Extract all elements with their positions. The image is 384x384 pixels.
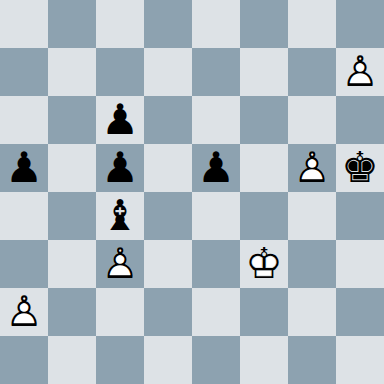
- square-h5[interactable]: ♚: [336, 144, 384, 192]
- square-g2[interactable]: [288, 288, 336, 336]
- piece-black-pawn[interactable]: ♟: [0, 144, 48, 192]
- square-e5[interactable]: ♟: [192, 144, 240, 192]
- square-b8[interactable]: [48, 0, 96, 48]
- piece-white-pawn-outline: ♙: [336, 48, 384, 96]
- square-g4[interactable]: [288, 192, 336, 240]
- square-c2[interactable]: [96, 288, 144, 336]
- square-b7[interactable]: [48, 48, 96, 96]
- square-e4[interactable]: [192, 192, 240, 240]
- square-e3[interactable]: [192, 240, 240, 288]
- square-h6[interactable]: [336, 96, 384, 144]
- piece-white-pawn[interactable]: ♟: [336, 48, 384, 96]
- square-c6[interactable]: ♟: [96, 96, 144, 144]
- square-b1[interactable]: [48, 336, 96, 384]
- square-e8[interactable]: [192, 0, 240, 48]
- square-b4[interactable]: [48, 192, 96, 240]
- square-a3[interactable]: [0, 240, 48, 288]
- square-f7[interactable]: [240, 48, 288, 96]
- square-h4[interactable]: [336, 192, 384, 240]
- square-b5[interactable]: [48, 144, 96, 192]
- square-e6[interactable]: [192, 96, 240, 144]
- square-b3[interactable]: [48, 240, 96, 288]
- square-g6[interactable]: [288, 96, 336, 144]
- square-e2[interactable]: [192, 288, 240, 336]
- square-h1[interactable]: [336, 336, 384, 384]
- piece-white-pawn[interactable]: ♟: [0, 288, 48, 336]
- piece-black-pawn[interactable]: ♟: [192, 144, 240, 192]
- square-a8[interactable]: [0, 0, 48, 48]
- square-d2[interactable]: [144, 288, 192, 336]
- square-g7[interactable]: [288, 48, 336, 96]
- piece-black-pawn[interactable]: ♟: [96, 96, 144, 144]
- square-a5[interactable]: ♟: [0, 144, 48, 192]
- square-h8[interactable]: [336, 0, 384, 48]
- piece-black-pawn[interactable]: ♟: [96, 144, 144, 192]
- square-b2[interactable]: [48, 288, 96, 336]
- square-a1[interactable]: [0, 336, 48, 384]
- square-d6[interactable]: [144, 96, 192, 144]
- square-c3[interactable]: ♟♙: [96, 240, 144, 288]
- square-c8[interactable]: [96, 0, 144, 48]
- chess-board: ♟♙♟♟♟♟♟♙♚♝♟♙♚♔♟♙: [0, 0, 384, 384]
- square-a4[interactable]: [0, 192, 48, 240]
- square-e1[interactable]: [192, 336, 240, 384]
- square-c1[interactable]: [96, 336, 144, 384]
- square-f3[interactable]: ♚♔: [240, 240, 288, 288]
- square-c5[interactable]: ♟: [96, 144, 144, 192]
- piece-white-pawn[interactable]: ♟: [96, 240, 144, 288]
- piece-white-king[interactable]: ♚: [240, 240, 288, 288]
- square-c7[interactable]: [96, 48, 144, 96]
- square-a7[interactable]: [0, 48, 48, 96]
- square-g5[interactable]: ♟♙: [288, 144, 336, 192]
- piece-white-pawn[interactable]: ♟: [288, 144, 336, 192]
- square-d1[interactable]: [144, 336, 192, 384]
- piece-black-bishop[interactable]: ♝: [96, 192, 144, 240]
- square-d4[interactable]: [144, 192, 192, 240]
- piece-white-pawn-outline: ♙: [96, 240, 144, 288]
- square-h2[interactable]: [336, 288, 384, 336]
- square-f1[interactable]: [240, 336, 288, 384]
- square-h3[interactable]: [336, 240, 384, 288]
- square-d8[interactable]: [144, 0, 192, 48]
- piece-white-pawn-outline: ♙: [288, 144, 336, 192]
- square-a2[interactable]: ♟♙: [0, 288, 48, 336]
- piece-white-pawn-outline: ♙: [0, 288, 48, 336]
- square-f6[interactable]: [240, 96, 288, 144]
- square-c4[interactable]: ♝: [96, 192, 144, 240]
- square-d3[interactable]: [144, 240, 192, 288]
- square-f2[interactable]: [240, 288, 288, 336]
- piece-white-king-outline: ♔: [240, 240, 288, 288]
- square-d7[interactable]: [144, 48, 192, 96]
- square-g1[interactable]: [288, 336, 336, 384]
- square-g8[interactable]: [288, 0, 336, 48]
- piece-black-king[interactable]: ♚: [336, 144, 384, 192]
- square-f5[interactable]: [240, 144, 288, 192]
- square-f8[interactable]: [240, 0, 288, 48]
- square-f4[interactable]: [240, 192, 288, 240]
- square-d5[interactable]: [144, 144, 192, 192]
- square-h7[interactable]: ♟♙: [336, 48, 384, 96]
- square-a6[interactable]: [0, 96, 48, 144]
- square-e7[interactable]: [192, 48, 240, 96]
- square-g3[interactable]: [288, 240, 336, 288]
- square-b6[interactable]: [48, 96, 96, 144]
